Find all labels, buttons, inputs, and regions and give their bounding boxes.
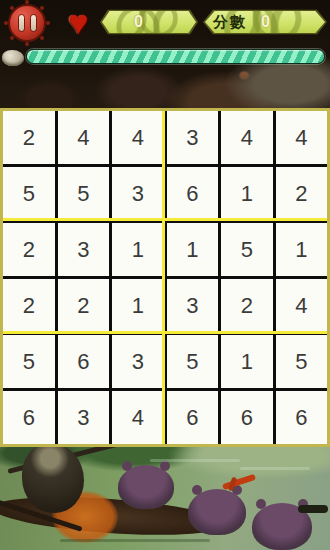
grid-cell-r1c2[interactable]: 4 [58, 111, 110, 164]
grid-cell-r4c2[interactable]: 2 [58, 279, 110, 332]
grid-cell-r3c3[interactable]: 1 [112, 223, 164, 276]
block-divider-horizontal-2 [3, 331, 327, 334]
score-counter: 分數 0 [203, 8, 327, 36]
grid-cell-r1c3[interactable]: 4 [112, 111, 164, 164]
grid-cell-r6c5[interactable]: 6 [221, 391, 273, 444]
water-frog-1 [118, 465, 174, 509]
puzzle-board: 244344553612231151221324563515634666 [0, 108, 330, 447]
grid-cell-r1c1[interactable]: 2 [3, 111, 55, 164]
grid-cell-r3c4[interactable]: 1 [167, 223, 219, 276]
water-streak [240, 467, 310, 470]
water-streak [150, 459, 240, 462]
grid-cell-r3c5[interactable]: 5 [221, 223, 273, 276]
grid-cell-r3c1[interactable]: 2 [3, 223, 55, 276]
water-frog-2 [188, 489, 246, 535]
grid-cell-r5c4[interactable]: 5 [167, 335, 219, 388]
grid-cell-r1c5[interactable]: 4 [221, 111, 273, 164]
grid-cell-r2c1[interactable]: 5 [3, 167, 55, 220]
rowing-frog-figure [22, 447, 84, 513]
grid-cell-r5c1[interactable]: 5 [3, 335, 55, 388]
grid-cell-r4c5[interactable]: 2 [221, 279, 273, 332]
grid-cell-r2c5[interactable]: 1 [221, 167, 273, 220]
pause-button[interactable] [8, 4, 46, 42]
grid-cell-r5c6[interactable]: 5 [276, 335, 328, 388]
grid-cell-r5c2[interactable]: 6 [58, 335, 110, 388]
grid-cell-r4c4[interactable]: 3 [167, 279, 219, 332]
grid-cell-r3c6[interactable]: 1 [276, 223, 328, 276]
pause-icon [30, 14, 37, 32]
grid-cell-r5c5[interactable]: 1 [221, 335, 273, 388]
block-divider-vertical [162, 111, 165, 444]
lives-value: 0 [134, 13, 143, 31]
grid-cell-r6c6[interactable]: 6 [276, 391, 328, 444]
swamp-artwork [0, 447, 330, 550]
grid-cell-r2c2[interactable]: 5 [58, 167, 110, 220]
block-divider-horizontal-1 [3, 218, 327, 221]
grid-cell-r1c4[interactable]: 3 [167, 111, 219, 164]
grid-cell-r4c3[interactable]: 1 [112, 279, 164, 332]
score-label: 分數 [213, 13, 247, 32]
grid-cell-r6c1[interactable]: 6 [3, 391, 55, 444]
grid-cell-r4c6[interactable]: 4 [276, 279, 328, 332]
grid-cell-r6c3[interactable]: 4 [112, 391, 164, 444]
lives-counter: 0 [100, 8, 198, 36]
grid-cell-r1c6[interactable]: 4 [276, 111, 328, 164]
grid-cell-r3c2[interactable]: 3 [58, 223, 110, 276]
fly-icon [2, 50, 24, 66]
grid-cell-r5c3[interactable]: 3 [112, 335, 164, 388]
grid-cell-r2c3[interactable]: 3 [112, 167, 164, 220]
time-progress-bar [26, 49, 325, 64]
grid-cell-r4c1[interactable]: 2 [3, 279, 55, 332]
grid-cells: 244344553612231151221324563515634666 [0, 108, 330, 447]
log-shape [298, 505, 328, 513]
grid-cell-r2c4[interactable]: 6 [167, 167, 219, 220]
grid-cell-r2c6[interactable]: 2 [276, 167, 328, 220]
grid-cell-r6c2[interactable]: 3 [58, 391, 110, 444]
water-streak [60, 539, 210, 542]
score-value: 0 [261, 13, 270, 31]
grid-cell-r6c4[interactable]: 6 [167, 391, 219, 444]
pause-icon [18, 14, 25, 32]
heart-icon: ♥ [68, 2, 88, 42]
